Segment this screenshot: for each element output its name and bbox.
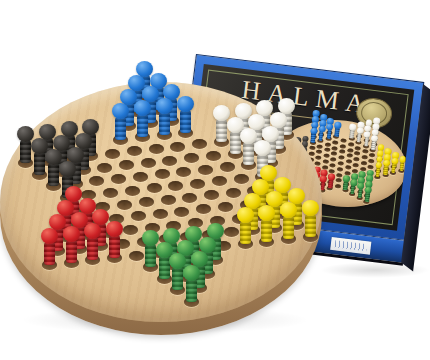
board-hole[interactable] [192, 139, 207, 149]
peg-blue[interactable] [134, 100, 151, 139]
peg-body [371, 140, 376, 150]
peg-body [383, 165, 388, 175]
peg-head [134, 100, 151, 116]
board-hole [354, 151, 360, 156]
board-hole [336, 173, 342, 178]
peg-yellow[interactable] [258, 205, 275, 244]
peg-body [87, 237, 98, 260]
board-hole[interactable] [170, 142, 185, 152]
peg-head [349, 123, 357, 130]
peg-body [334, 127, 339, 137]
board-hole [353, 163, 359, 168]
board-hole [362, 149, 368, 154]
peg-body [159, 256, 170, 279]
board-hole[interactable] [103, 188, 118, 198]
board-hole[interactable] [89, 176, 104, 186]
board-hole[interactable] [234, 174, 249, 184]
board-hole[interactable] [218, 202, 233, 212]
peg-head [280, 202, 297, 218]
board-hole[interactable] [119, 160, 134, 170]
board-hole[interactable] [97, 163, 112, 173]
board-hole[interactable] [105, 149, 120, 159]
peg-body [399, 161, 404, 171]
peg-red[interactable] [41, 228, 58, 267]
board-hole[interactable] [184, 153, 199, 163]
box-art-peg-blue [333, 122, 342, 138]
peg-body [305, 214, 316, 237]
board-hole[interactable] [212, 176, 227, 186]
peg-head [399, 156, 407, 163]
board-hole[interactable] [123, 225, 138, 235]
peg-grid [0, 82, 322, 350]
board-hole [346, 153, 352, 158]
peg-head [106, 221, 123, 237]
peg-body [20, 140, 31, 163]
board-hole[interactable] [127, 146, 142, 156]
label-print [334, 240, 367, 251]
peg-head [177, 96, 194, 112]
board-hole [339, 150, 345, 155]
peg-head [375, 162, 383, 169]
peg-body [216, 119, 227, 142]
peg-body [109, 235, 120, 258]
board-hole[interactable] [190, 179, 205, 189]
board-hole[interactable] [176, 167, 191, 177]
board-hole [322, 159, 328, 164]
board-hole[interactable] [161, 195, 176, 205]
peg-head [334, 122, 342, 129]
peg-head [364, 131, 372, 138]
peg-body [391, 163, 396, 173]
peg-head [357, 183, 365, 190]
peg-body [350, 185, 355, 195]
board-hole[interactable] [139, 197, 154, 207]
board-hole [368, 159, 374, 164]
peg-head [84, 223, 101, 239]
board-hole[interactable] [174, 207, 189, 217]
peg-red[interactable] [106, 221, 123, 260]
peg-body [326, 129, 331, 139]
peg-body [261, 219, 272, 242]
peg-yellow[interactable] [302, 200, 319, 239]
peg-head [237, 207, 254, 223]
peg-head [343, 175, 351, 182]
board-hole[interactable] [204, 190, 219, 200]
peg-yellow[interactable] [237, 207, 254, 246]
peg-head [254, 140, 271, 156]
board-hole [361, 161, 367, 166]
peg-body [357, 133, 362, 143]
board-hole [345, 165, 351, 170]
peg-head [328, 173, 336, 180]
peg-body [230, 131, 241, 154]
peg-body [365, 192, 370, 202]
board-hole[interactable] [133, 172, 148, 182]
peg-body [364, 137, 369, 147]
box-art-peg-yellow [390, 158, 399, 174]
board-hole [340, 138, 346, 143]
peg-body [115, 117, 126, 140]
board-hole[interactable] [196, 204, 211, 214]
box-art-peg-yellow [398, 156, 407, 172]
board-hole [338, 155, 344, 160]
board-hole [332, 140, 338, 145]
peg-body [357, 188, 362, 198]
box-art-peg-green [363, 187, 372, 203]
board-hole[interactable] [182, 193, 197, 203]
peg-body [240, 221, 251, 244]
board-hole[interactable] [117, 200, 132, 210]
board-hole[interactable] [198, 165, 213, 175]
peg-body [180, 110, 191, 133]
board-hole[interactable] [111, 174, 126, 184]
peg-body [349, 129, 354, 139]
board-hole [348, 142, 354, 147]
peg-head [41, 228, 58, 244]
peg-blue[interactable] [177, 96, 194, 135]
peg-head [59, 161, 76, 177]
peg-body [44, 242, 55, 265]
peg-red[interactable] [84, 223, 101, 262]
peg-body [186, 279, 197, 302]
peg-green[interactable] [183, 265, 200, 304]
board-hole [347, 148, 353, 153]
peg-head [350, 179, 358, 186]
board-hole[interactable] [131, 211, 146, 221]
peg-red[interactable] [63, 226, 80, 265]
board-hole [355, 146, 361, 151]
peg-head [326, 123, 334, 130]
peg-body [283, 216, 294, 239]
peg-body [243, 142, 254, 165]
board-hole [335, 184, 341, 189]
board-hole[interactable] [168, 181, 183, 191]
peg-body [328, 179, 333, 189]
board-hole [337, 167, 343, 172]
peg-yellow[interactable] [280, 202, 297, 241]
peg-body [34, 152, 45, 175]
chinese-checkers-board [0, 82, 322, 350]
board-hole[interactable] [153, 209, 168, 219]
board-hole [325, 142, 331, 147]
peg-head [156, 98, 173, 114]
peg-head [302, 200, 319, 216]
peg-body [145, 244, 156, 267]
box-art-peg-red [326, 173, 335, 189]
board-hole[interactable] [155, 169, 170, 179]
peg-body [48, 163, 59, 186]
board-hole[interactable] [206, 151, 221, 161]
board-hole [335, 178, 341, 183]
peg-head [383, 160, 391, 167]
product-photo-scene: HALMA [0, 0, 430, 360]
board-hole [323, 153, 329, 158]
peg-head [183, 265, 200, 281]
peg-blue[interactable] [112, 103, 129, 142]
board-hole [353, 157, 359, 162]
board-hole[interactable] [226, 188, 241, 198]
board-hole[interactable] [141, 158, 156, 168]
board-hole [330, 163, 336, 168]
board-hole [324, 148, 330, 153]
board-hole [338, 161, 344, 166]
peg-head [371, 135, 379, 142]
board-hole [369, 153, 375, 158]
board-hole[interactable] [149, 144, 164, 154]
board-hole[interactable] [147, 183, 162, 193]
board-hole [332, 146, 338, 151]
board-hole [340, 144, 346, 149]
peg-head [112, 103, 129, 119]
peg-body [343, 181, 348, 191]
board-hole[interactable] [125, 186, 140, 196]
board-hole[interactable] [162, 156, 177, 166]
board-hole [361, 155, 367, 160]
peg-body [137, 114, 148, 137]
box-art-peg-yellow [374, 162, 383, 178]
peg-head [364, 187, 372, 194]
peg-body [66, 240, 77, 263]
peg-head [258, 205, 275, 221]
peg-body [375, 167, 380, 177]
peg-head [63, 226, 80, 242]
peg-body [159, 112, 170, 135]
peg-blue[interactable] [156, 98, 173, 137]
board-hole[interactable] [220, 162, 235, 172]
board-hole [345, 159, 351, 164]
product-label [330, 237, 371, 255]
board-hole [330, 157, 336, 162]
peg-body [172, 267, 183, 290]
board-hole [331, 152, 337, 157]
